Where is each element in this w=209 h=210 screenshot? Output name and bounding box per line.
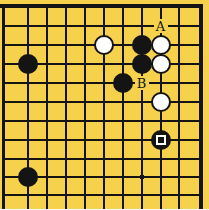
star-point: [140, 175, 144, 179]
square-marker-icon: [156, 135, 166, 145]
white-stone[interactable]: [151, 35, 171, 55]
white-stone[interactable]: [94, 35, 114, 55]
grid-line-vertical: [65, 4, 67, 209]
grid-line-horizontal: [2, 194, 203, 196]
white-stone[interactable]: [151, 92, 171, 112]
grid-line-horizontal: [2, 139, 203, 141]
go-board: AB: [0, 0, 209, 209]
white-stone[interactable]: [151, 54, 171, 74]
grid-line-vertical: [178, 4, 180, 209]
grid-line-horizontal: [2, 120, 203, 122]
board-top-edge-line: [0, 4, 203, 8]
grid-line-horizontal: [2, 82, 203, 84]
point-label-b[interactable]: B: [135, 76, 149, 90]
black-stone[interactable]: [113, 73, 133, 93]
grid-line-horizontal: [2, 25, 203, 27]
grid-line-vertical: [46, 4, 48, 209]
board-right-edge-line: [199, 4, 203, 210]
grid-line-horizontal: [2, 158, 203, 160]
grid-line-vertical: [84, 4, 86, 209]
board-left-cut-line: [2, 4, 5, 210]
black-stone[interactable]: [132, 54, 152, 74]
black-stone[interactable]: [132, 35, 152, 55]
grid-line-vertical: [122, 4, 124, 209]
point-label-a[interactable]: A: [154, 19, 168, 33]
black-stone[interactable]: [18, 167, 38, 187]
black-stone[interactable]: [18, 54, 38, 74]
grid-line-horizontal: [2, 101, 203, 103]
black-stone[interactable]: [151, 130, 171, 150]
